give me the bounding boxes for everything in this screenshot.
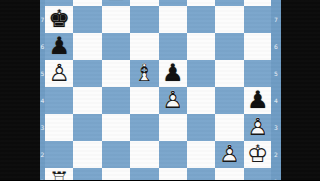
- square-d6: [130, 33, 158, 60]
- square-a2: [45, 141, 73, 168]
- square-c2: [102, 141, 130, 168]
- chess-board: ♜♚♟♟♙♝♗♟♟♙♟♟♙♟♙♚♔♜♖: [45, 0, 272, 180]
- square-a7: ♚: [45, 6, 73, 33]
- square-d7: [130, 6, 158, 33]
- square-f1: [187, 168, 215, 180]
- square-f7: [187, 6, 215, 33]
- black-pawn-icon: ♟: [244, 87, 272, 114]
- square-f3: [187, 114, 215, 141]
- square-c6: [102, 33, 130, 60]
- square-h5: [244, 60, 272, 87]
- rank-label-3: 3: [271, 125, 281, 131]
- square-h4: ♟: [244, 87, 272, 114]
- square-e5: ♟: [159, 60, 187, 87]
- black-pawn-icon: ♟: [45, 33, 73, 60]
- square-g1: [215, 168, 243, 180]
- square-a4: [45, 87, 73, 114]
- square-d2: [130, 141, 158, 168]
- square-g5: [215, 60, 243, 87]
- square-h7: [244, 6, 272, 33]
- square-a5: ♟♙: [45, 60, 73, 87]
- square-b3: [73, 114, 101, 141]
- square-b6: [73, 33, 101, 60]
- letterbox-left: [0, 0, 40, 180]
- black-pawn-icon: ♟: [159, 60, 187, 87]
- square-e6: [159, 33, 187, 60]
- square-g4: [215, 87, 243, 114]
- white-bishop-icon: ♝♗: [130, 60, 158, 87]
- square-e4: ♟♙: [159, 87, 187, 114]
- square-b4: [73, 87, 101, 114]
- square-f5: [187, 60, 215, 87]
- square-c5: [102, 60, 130, 87]
- square-b1: [73, 168, 101, 180]
- square-g2: ♟♙: [215, 141, 243, 168]
- square-g6: [215, 33, 243, 60]
- square-d1: [130, 168, 158, 180]
- white-pawn-icon: ♟♙: [244, 114, 272, 141]
- square-e3: [159, 114, 187, 141]
- square-d3: [130, 114, 158, 141]
- square-h1: [244, 168, 272, 180]
- white-rook-icon: ♜♖: [45, 168, 73, 180]
- black-king-icon: ♚: [45, 6, 73, 33]
- square-c1: [102, 168, 130, 180]
- chess-diagram-frame: 87654321 ♜♚♟♟♙♝♗♟♟♙♟♟♙♟♙♚♔♜♖ 87654321: [0, 0, 320, 180]
- square-h3: ♟♙: [244, 114, 272, 141]
- square-c3: [102, 114, 130, 141]
- square-g3: [215, 114, 243, 141]
- rank-label-6: 6: [271, 44, 281, 50]
- rank-label-1: 1: [271, 179, 281, 181]
- square-e7: [159, 6, 187, 33]
- square-g7: [215, 6, 243, 33]
- square-b7: [73, 6, 101, 33]
- square-e2: [159, 141, 187, 168]
- square-b5: [73, 60, 101, 87]
- square-h6: [244, 33, 272, 60]
- rank-labels-right: 87654321: [271, 0, 281, 180]
- square-a3: [45, 114, 73, 141]
- white-pawn-icon: ♟♙: [45, 60, 73, 87]
- rank-label-7: 7: [271, 17, 281, 23]
- square-d4: [130, 87, 158, 114]
- square-f6: [187, 33, 215, 60]
- square-a6: ♟: [45, 33, 73, 60]
- square-h2: ♚♔: [244, 141, 272, 168]
- square-c7: [102, 6, 130, 33]
- white-king-icon: ♚♔: [244, 141, 272, 168]
- rank-label-4: 4: [271, 98, 281, 104]
- square-d5: ♝♗: [130, 60, 158, 87]
- letterbox-right: [281, 0, 320, 180]
- rank-label-2: 2: [271, 152, 281, 158]
- white-pawn-icon: ♟♙: [215, 141, 243, 168]
- square-a1: ♜♖: [45, 168, 73, 180]
- square-c4: [102, 87, 130, 114]
- white-pawn-icon: ♟♙: [159, 87, 187, 114]
- rank-label-5: 5: [271, 71, 281, 77]
- square-f2: [187, 141, 215, 168]
- square-f4: [187, 87, 215, 114]
- square-b2: [73, 141, 101, 168]
- square-e1: [159, 168, 187, 180]
